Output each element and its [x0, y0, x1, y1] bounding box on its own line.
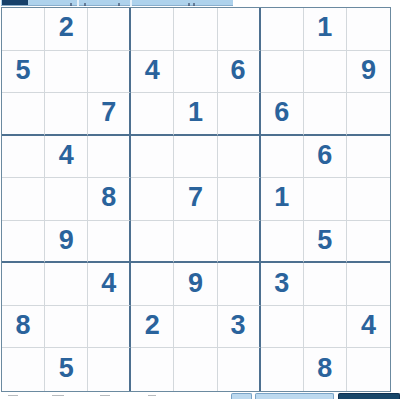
toolbar-text-fragment [188, 3, 190, 6]
sudoku-cell[interactable] [174, 348, 217, 391]
sudoku-cell[interactable]: 4 [45, 136, 88, 179]
sudoku-cell[interactable]: 2 [45, 8, 88, 51]
given-digit: 4 [145, 57, 160, 84]
given-digit: 7 [188, 184, 203, 211]
sudoku-cell[interactable] [261, 51, 304, 94]
sudoku-cell[interactable] [347, 221, 390, 264]
toolbar-text-fragment [70, 3, 72, 6]
sudoku-cell[interactable]: 7 [174, 178, 217, 221]
sudoku-cell[interactable] [45, 263, 88, 306]
sudoku-cell[interactable]: 8 [304, 348, 347, 391]
bottom-bar-clipped [0, 393, 400, 399]
sudoku-cell[interactable] [131, 136, 174, 179]
given-digit: 8 [317, 355, 332, 382]
sudoku-cell[interactable]: 6 [261, 93, 304, 136]
given-digit: 3 [231, 312, 246, 339]
sudoku-cell[interactable] [347, 348, 390, 391]
sudoku-cell[interactable]: 9 [174, 263, 217, 306]
sudoku-cell[interactable] [45, 178, 88, 221]
sudoku-cell[interactable] [261, 8, 304, 51]
given-digit: 8 [16, 312, 31, 339]
given-digit: 2 [145, 312, 160, 339]
sudoku-cell[interactable] [347, 263, 390, 306]
given-digit: 4 [361, 312, 376, 339]
sudoku-cell[interactable]: 6 [218, 51, 261, 94]
sudoku-cell[interactable] [2, 93, 45, 136]
sudoku-cell[interactable] [347, 93, 390, 136]
sudoku-cell[interactable] [304, 178, 347, 221]
sudoku-cell[interactable] [88, 348, 131, 391]
given-digit: 9 [361, 57, 376, 84]
given-digit: 8 [101, 184, 116, 211]
sudoku-cell[interactable]: 3 [261, 263, 304, 306]
given-digit: 5 [16, 57, 31, 84]
given-digit: 6 [231, 57, 246, 84]
sudoku-cell[interactable]: 5 [45, 348, 88, 391]
sudoku-cell[interactable] [304, 263, 347, 306]
given-digit: 5 [59, 355, 74, 382]
sudoku-cell[interactable] [45, 93, 88, 136]
bottom-text-fragment [52, 395, 64, 396]
sudoku-cell[interactable]: 4 [88, 263, 131, 306]
given-digit: 3 [274, 270, 289, 297]
sudoku-cell[interactable] [2, 136, 45, 179]
sudoku-cell[interactable] [88, 51, 131, 94]
sudoku-cell[interactable]: 2 [131, 306, 174, 349]
bottom-button-clipped[interactable] [255, 393, 334, 399]
sudoku-cell[interactable] [131, 221, 174, 264]
given-digit: 5 [317, 227, 332, 254]
sudoku-cell[interactable] [261, 221, 304, 264]
sudoku-cell[interactable]: 5 [2, 51, 45, 94]
sudoku-cell[interactable]: 7 [88, 93, 131, 136]
sudoku-cell[interactable] [261, 306, 304, 349]
sudoku-cell[interactable] [131, 348, 174, 391]
given-digit: 1 [188, 99, 203, 126]
given-digit: 9 [188, 270, 203, 297]
sudoku-cell[interactable] [2, 8, 45, 51]
sudoku-cell[interactable] [131, 8, 174, 51]
toolbar-background [1, 0, 233, 6]
sudoku-cell[interactable] [218, 178, 261, 221]
sudoku-cell[interactable] [174, 306, 217, 349]
sudoku-cell[interactable]: 1 [261, 178, 304, 221]
sudoku-cell[interactable] [304, 51, 347, 94]
sudoku-cell[interactable] [45, 51, 88, 94]
sudoku-app: 2154697164687195493823458 [0, 0, 400, 399]
sudoku-cell[interactable] [88, 136, 131, 179]
bottom-text-fragment [8, 395, 18, 396]
sudoku-cell[interactable] [2, 221, 45, 264]
sudoku-cell[interactable] [174, 136, 217, 179]
toolbar-clipped [0, 0, 400, 7]
sudoku-cell[interactable]: 9 [45, 221, 88, 264]
given-digit: 2 [59, 14, 74, 41]
given-digit: 1 [317, 14, 332, 41]
sudoku-cell[interactable] [2, 348, 45, 391]
toolbar-text-fragment [118, 3, 120, 6]
sudoku-cell[interactable] [304, 306, 347, 349]
toolbar-text-fragment [84, 3, 86, 6]
sudoku-cell[interactable] [131, 93, 174, 136]
toolbar-active-tab[interactable] [2, 0, 28, 5]
sudoku-cell[interactable]: 6 [304, 136, 347, 179]
sudoku-cell[interactable]: 9 [347, 51, 390, 94]
given-digit: 4 [101, 270, 116, 297]
sudoku-cell[interactable] [174, 8, 217, 51]
bottom-button-clipped[interactable] [338, 393, 400, 399]
sudoku-cell[interactable] [218, 8, 261, 51]
sudoku-cell[interactable]: 1 [174, 93, 217, 136]
toolbar-separator [130, 0, 132, 6]
sudoku-cell[interactable] [347, 178, 390, 221]
sudoku-cell[interactable]: 4 [131, 51, 174, 94]
bottom-text-fragment [148, 395, 156, 396]
sudoku-cell[interactable] [2, 263, 45, 306]
sudoku-cell[interactable] [174, 221, 217, 264]
sudoku-cell[interactable]: 5 [304, 221, 347, 264]
toolbar-separator [77, 0, 79, 6]
sudoku-cell[interactable] [88, 221, 131, 264]
sudoku-cell[interactable]: 4 [347, 306, 390, 349]
sudoku-cell[interactable] [88, 8, 131, 51]
sudoku-cell[interactable] [131, 178, 174, 221]
given-digit: 7 [101, 99, 116, 126]
sudoku-cell[interactable] [2, 178, 45, 221]
given-digit: 6 [317, 142, 332, 169]
sudoku-cell[interactable] [174, 51, 217, 94]
sudoku-cell[interactable]: 1 [304, 8, 347, 51]
sudoku-cell[interactable] [218, 348, 261, 391]
sudoku-cell[interactable] [218, 136, 261, 179]
sudoku-cell[interactable] [261, 136, 304, 179]
toolbar-text-fragment [193, 3, 195, 6]
given-digit: 6 [274, 99, 289, 126]
sudoku-cell[interactable] [347, 136, 390, 179]
sudoku-cell[interactable] [218, 263, 261, 306]
sudoku-cell[interactable] [304, 93, 347, 136]
sudoku-cell[interactable] [131, 263, 174, 306]
sudoku-cell[interactable]: 8 [2, 306, 45, 349]
given-digit: 9 [59, 227, 74, 254]
sudoku-cell[interactable]: 8 [88, 178, 131, 221]
bottom-text-fragment [100, 395, 110, 396]
given-digit: 1 [274, 184, 289, 211]
given-digit: 4 [59, 142, 74, 169]
sudoku-cell[interactable] [261, 348, 304, 391]
sudoku-cell[interactable] [45, 306, 88, 349]
sudoku-cell[interactable] [218, 93, 261, 136]
sudoku-cell[interactable] [88, 306, 131, 349]
bottom-button-clipped[interactable] [231, 393, 252, 399]
sudoku-cell[interactable] [218, 221, 261, 264]
sudoku-board: 2154697164687195493823458 [1, 7, 391, 392]
sudoku-cell[interactable]: 3 [218, 306, 261, 349]
sudoku-cell[interactable] [347, 8, 390, 51]
